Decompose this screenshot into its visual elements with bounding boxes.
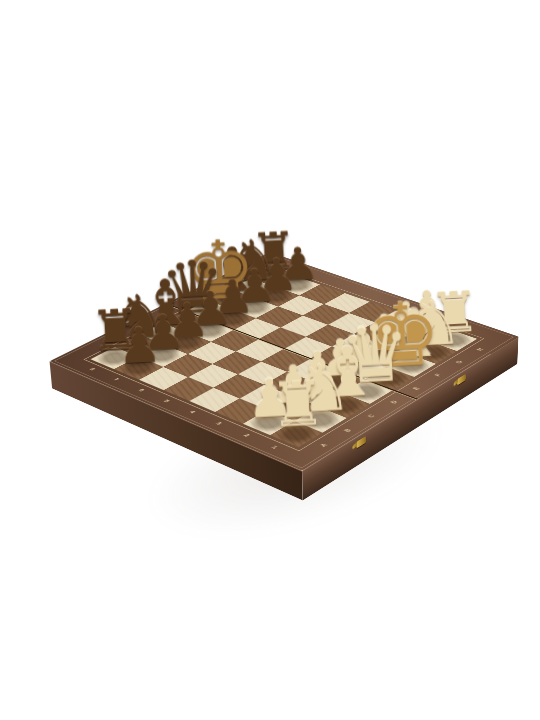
piece-shadow xyxy=(428,329,479,352)
piece-shadow xyxy=(184,300,233,321)
black-knight-g8: ♞ xyxy=(227,231,278,290)
brass-clasp-icon xyxy=(457,374,466,386)
white-bishop-f1: ♝ xyxy=(384,299,441,367)
piece-shadow xyxy=(380,331,431,354)
white-pawn-d2: ♟ xyxy=(312,331,369,384)
black-pawn-c7: ♟ xyxy=(161,295,215,345)
black-knight-b8: ♞ xyxy=(112,286,166,348)
piece-shadow xyxy=(293,406,348,433)
white-pawn-e2: ♟ xyxy=(335,318,391,370)
white-pawn-h2: ♟ xyxy=(400,283,454,333)
product-photo-scene: A8B7C6D5E4F3G2H1 ♜♞♝♛♚♝♞♜♟♟♟♟♟♟♟♟♟♟♟♟♟♟♟… xyxy=(0,0,540,720)
white-pawn-a2: ♟ xyxy=(240,370,299,425)
piece-shadow xyxy=(230,297,279,318)
white-rook-h1: ♜ xyxy=(427,284,482,343)
piece-shadow xyxy=(269,420,324,448)
black-pawn-h7: ♟ xyxy=(273,240,324,287)
piece-shadow xyxy=(208,308,257,330)
piece-shadow xyxy=(363,366,416,391)
black-queen-d8: ♛ xyxy=(159,250,213,324)
black-rook-h8: ♜ xyxy=(249,225,300,279)
piece-shadow xyxy=(401,319,451,342)
piece-shadow xyxy=(241,409,296,436)
black-pawn-e7: ♟ xyxy=(207,272,260,321)
black-bishop-f8: ♝ xyxy=(205,238,257,301)
piece-shadow xyxy=(336,356,388,380)
black-king-e8: ♚ xyxy=(181,229,235,312)
piece-shadow xyxy=(228,278,275,298)
piece-shadow xyxy=(385,353,437,377)
brass-clasp-icon xyxy=(356,436,366,449)
white-pawn-g2: ♟ xyxy=(379,294,433,345)
